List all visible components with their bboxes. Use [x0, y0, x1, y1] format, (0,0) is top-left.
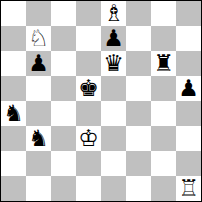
square-e4[interactable] — [101, 101, 126, 126]
square-a5[interactable] — [1, 76, 26, 101]
square-d2[interactable] — [76, 151, 101, 176]
square-g2[interactable] — [151, 151, 176, 176]
square-c7[interactable] — [51, 26, 76, 51]
black-queen-piece: ♛ — [103, 51, 124, 76]
square-g1[interactable] — [151, 176, 176, 201]
square-c3[interactable] — [51, 126, 76, 151]
square-e1[interactable] — [101, 176, 126, 201]
black-king-piece: ♚ — [78, 76, 99, 101]
square-a6[interactable] — [1, 51, 26, 76]
square-e7[interactable]: ♟ — [101, 26, 126, 51]
square-c5[interactable] — [51, 76, 76, 101]
white-knight-piece: ♘ — [28, 26, 49, 51]
square-g6[interactable]: ♜ — [151, 51, 176, 76]
white-king-piece: ♔ — [78, 126, 99, 151]
square-h6[interactable] — [176, 51, 201, 76]
square-d7[interactable] — [76, 26, 101, 51]
square-g5[interactable] — [151, 76, 176, 101]
square-h2[interactable] — [176, 151, 201, 176]
square-e8[interactable]: ♗ — [101, 1, 126, 26]
square-b1[interactable] — [26, 176, 51, 201]
square-f3[interactable] — [126, 126, 151, 151]
black-pawn-piece: ♟ — [103, 26, 124, 51]
square-c2[interactable] — [51, 151, 76, 176]
square-c1[interactable] — [51, 176, 76, 201]
square-e2[interactable] — [101, 151, 126, 176]
square-b5[interactable] — [26, 76, 51, 101]
square-f1[interactable] — [126, 176, 151, 201]
square-a8[interactable] — [1, 1, 26, 26]
square-d1[interactable] — [76, 176, 101, 201]
square-a7[interactable] — [1, 26, 26, 51]
black-pawn-piece: ♟ — [178, 76, 199, 101]
square-e5[interactable] — [101, 76, 126, 101]
black-rook-piece: ♜ — [153, 51, 174, 76]
square-b3[interactable]: ♞ — [26, 126, 51, 151]
black-knight-piece: ♞ — [28, 126, 49, 151]
square-a4[interactable]: ♞ — [1, 101, 26, 126]
square-h1[interactable]: ♖ — [176, 176, 201, 201]
square-e6[interactable]: ♛ — [101, 51, 126, 76]
square-b8[interactable] — [26, 1, 51, 26]
black-pawn-piece: ♟ — [28, 51, 49, 76]
white-bishop-piece: ♗ — [103, 1, 124, 26]
square-d4[interactable] — [76, 101, 101, 126]
square-a3[interactable] — [1, 126, 26, 151]
square-c6[interactable] — [51, 51, 76, 76]
square-h3[interactable] — [176, 126, 201, 151]
square-a1[interactable] — [1, 176, 26, 201]
square-g3[interactable] — [151, 126, 176, 151]
square-d3[interactable]: ♔ — [76, 126, 101, 151]
white-rook-piece: ♖ — [178, 176, 199, 201]
square-d5[interactable]: ♚ — [76, 76, 101, 101]
square-e3[interactable] — [101, 126, 126, 151]
square-f4[interactable] — [126, 101, 151, 126]
square-d8[interactable] — [76, 1, 101, 26]
square-h7[interactable] — [176, 26, 201, 51]
square-f6[interactable] — [126, 51, 151, 76]
square-f2[interactable] — [126, 151, 151, 176]
square-b6[interactable]: ♟ — [26, 51, 51, 76]
square-c8[interactable] — [51, 1, 76, 26]
square-g4[interactable] — [151, 101, 176, 126]
square-c4[interactable] — [51, 101, 76, 126]
square-b4[interactable] — [26, 101, 51, 126]
square-g7[interactable] — [151, 26, 176, 51]
square-b2[interactable] — [26, 151, 51, 176]
square-h4[interactable] — [176, 101, 201, 126]
square-f8[interactable] — [126, 1, 151, 26]
square-g8[interactable] — [151, 1, 176, 26]
square-h8[interactable] — [176, 1, 201, 26]
chess-diagram: ♗♘♟♟♛♜♚♟♞♞♔♖ — [0, 0, 202, 202]
square-b7[interactable]: ♘ — [26, 26, 51, 51]
square-a2[interactable] — [1, 151, 26, 176]
black-knight-piece: ♞ — [3, 101, 24, 126]
chess-board: ♗♘♟♟♛♜♚♟♞♞♔♖ — [0, 0, 202, 202]
square-h5[interactable]: ♟ — [176, 76, 201, 101]
square-d6[interactable] — [76, 51, 101, 76]
square-f5[interactable] — [126, 76, 151, 101]
square-f7[interactable] — [126, 26, 151, 51]
